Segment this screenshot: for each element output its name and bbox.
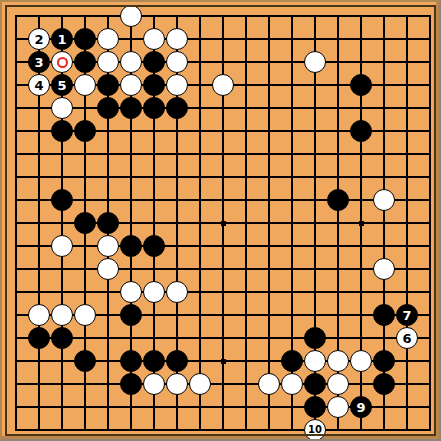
white-stone [97,258,119,280]
black-stone [281,350,303,372]
black-stone [143,51,165,73]
black-stone [166,350,188,372]
white-stone [143,28,165,50]
black-stone [304,396,326,418]
white-stone [28,304,50,326]
black-stone [120,350,142,372]
black-stone [97,212,119,234]
white-stone [120,5,142,27]
move-number-label: 2 [34,33,43,46]
white-stone [327,350,349,372]
black-stone [51,120,73,142]
black-stone [120,97,142,119]
black-stone [143,97,165,119]
black-stone [350,120,372,142]
white-stone [373,189,395,211]
black-stone [166,97,188,119]
black-stone: 3 [28,51,50,73]
black-stone [74,28,96,50]
black-stone: 1 [51,28,73,50]
white-stone [74,74,96,96]
black-stone [350,74,372,96]
black-stone: 9 [350,396,372,418]
black-stone [74,350,96,372]
black-stone [373,304,395,326]
white-stone [327,373,349,395]
black-stone [120,304,142,326]
white-stone [97,28,119,50]
black-stone [120,235,142,257]
white-stone [120,74,142,96]
circle-marker [57,57,68,68]
white-stone: 10 [304,419,326,441]
black-stone [120,373,142,395]
white-stone [74,304,96,326]
white-stone [166,28,188,50]
black-stone [373,350,395,372]
white-stone [143,281,165,303]
move-number-label: 4 [34,79,43,92]
move-number-label: 7 [402,309,411,322]
black-stone: 7 [396,304,418,326]
white-stone [97,235,119,257]
black-stone [327,189,349,211]
black-stone [51,327,73,349]
white-stone: 2 [28,28,50,50]
move-number-label: 5 [57,79,66,92]
black-stone [304,327,326,349]
black-stone [51,189,73,211]
black-stone [143,350,165,372]
white-stone [120,281,142,303]
stones-layer: 2134576910 [2,2,439,439]
white-stone: 6 [396,327,418,349]
white-stone [281,373,303,395]
white-stone [373,258,395,280]
white-stone [327,396,349,418]
white-stone [304,350,326,372]
white-stone [166,373,188,395]
white-stone [189,373,211,395]
white-stone [166,281,188,303]
black-stone: 5 [51,74,73,96]
white-stone [51,304,73,326]
black-stone [143,74,165,96]
white-stone [97,51,119,73]
move-number-label: 1 [57,33,66,46]
black-stone [28,327,50,349]
black-stone [74,51,96,73]
black-stone [74,212,96,234]
black-stone [97,74,119,96]
white-stone [120,51,142,73]
white-stone [350,350,372,372]
black-stone [143,235,165,257]
go-board: 2134576910 [0,0,441,441]
white-stone [212,74,234,96]
white-stone [143,373,165,395]
move-number-label: 6 [402,332,411,345]
white-stone [51,97,73,119]
move-number-label: 10 [308,425,322,435]
black-stone [304,373,326,395]
white-stone [51,235,73,257]
white-stone: 4 [28,74,50,96]
white-stone [166,74,188,96]
move-number-label: 9 [356,401,365,414]
black-stone [74,120,96,142]
white-stone [166,51,188,73]
white-stone [51,51,73,73]
black-stone [97,97,119,119]
white-stone [304,51,326,73]
move-number-label: 3 [34,56,43,69]
white-stone [258,373,280,395]
black-stone [373,373,395,395]
